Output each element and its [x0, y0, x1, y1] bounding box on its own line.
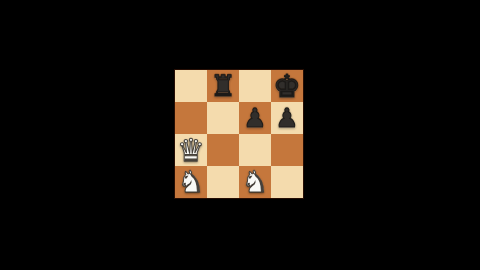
- chess-board: ♜♚♟♟♛♞♞: [175, 70, 303, 198]
- white-knight-g5: ♞: [242, 166, 269, 198]
- black-pawn-h7: ♟: [275, 102, 298, 134]
- black-king-h8: ♚: [273, 70, 301, 102]
- black-pawn-g7: ♟: [243, 102, 266, 134]
- black-rook-f8: ♜: [210, 70, 236, 102]
- square-h7[interactable]: ♟: [271, 102, 303, 134]
- square-f5[interactable]: [207, 166, 239, 198]
- square-g6[interactable]: [239, 134, 271, 166]
- square-g5[interactable]: ♞: [239, 166, 271, 198]
- square-f8[interactable]: ♜: [207, 70, 239, 102]
- square-h8[interactable]: ♚: [271, 70, 303, 102]
- square-f7[interactable]: [207, 102, 239, 134]
- square-e6[interactable]: ♛: [175, 134, 207, 166]
- square-h6[interactable]: [271, 134, 303, 166]
- square-e5[interactable]: ♞: [175, 166, 207, 198]
- square-h5[interactable]: [271, 166, 303, 198]
- white-queen-e6: ♛: [177, 134, 205, 166]
- square-g7[interactable]: ♟: [239, 102, 271, 134]
- square-f6[interactable]: [207, 134, 239, 166]
- square-e7[interactable]: [175, 102, 207, 134]
- black-background: ♜♚♟♟♛♞♞: [0, 0, 480, 270]
- white-knight-e5: ♞: [178, 166, 205, 198]
- square-g8[interactable]: [239, 70, 271, 102]
- square-e8[interactable]: [175, 70, 207, 102]
